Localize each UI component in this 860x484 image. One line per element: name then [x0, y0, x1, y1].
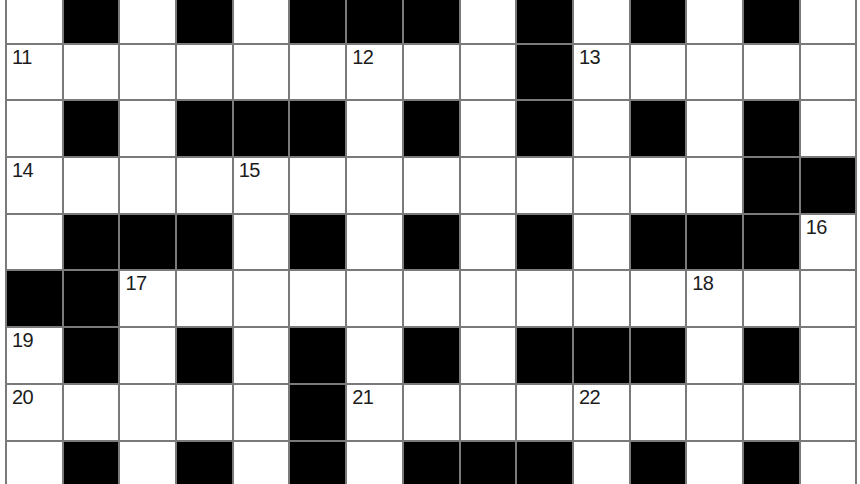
clue-number: 15: [239, 160, 260, 180]
cell-r8c3[interactable]: [120, 385, 175, 440]
cell-r2c1[interactable]: 11: [7, 45, 62, 100]
cell-r3c13[interactable]: [687, 101, 742, 156]
cell-r6c10[interactable]: [517, 271, 572, 326]
clue-number: 12: [352, 47, 373, 67]
cell-r4c13[interactable]: [687, 158, 742, 213]
cell-r7c15[interactable]: [801, 328, 856, 383]
cell-r3c8: [404, 101, 459, 156]
cell-r5c4: [177, 215, 232, 270]
cell-r5c7[interactable]: [347, 215, 402, 270]
cell-r6c5[interactable]: [234, 271, 289, 326]
cell-r6c14[interactable]: [744, 271, 799, 326]
cell-r3c4: [177, 101, 232, 156]
cell-r9c3[interactable]: [120, 442, 175, 484]
cell-r7c12: [631, 328, 686, 383]
cell-r3c2: [64, 101, 119, 156]
cell-r9c10: [517, 442, 572, 484]
cell-r8c7[interactable]: 21: [347, 385, 402, 440]
clue-number: 19: [12, 330, 33, 350]
cell-r8c4[interactable]: [177, 385, 232, 440]
cell-r4c11[interactable]: [574, 158, 629, 213]
cell-r7c1[interactable]: 19: [7, 328, 62, 383]
cell-r7c13[interactable]: [687, 328, 742, 383]
cell-r3c3[interactable]: [120, 101, 175, 156]
cell-r8c2[interactable]: [64, 385, 119, 440]
clue-number: 18: [692, 273, 713, 293]
cell-r7c9[interactable]: [461, 328, 516, 383]
cell-r1c4: [177, 0, 232, 43]
cell-r4c2[interactable]: [64, 158, 119, 213]
cell-r8c13[interactable]: [687, 385, 742, 440]
cell-r3c14: [744, 101, 799, 156]
cell-r9c13[interactable]: [687, 442, 742, 484]
cell-r9c9: [461, 442, 516, 484]
cell-r3c15[interactable]: [801, 101, 856, 156]
cell-r6c2: [64, 271, 119, 326]
cell-r9c7[interactable]: [347, 442, 402, 484]
cell-r3c7[interactable]: [347, 101, 402, 156]
cell-r5c15[interactable]: 16: [801, 215, 856, 270]
clue-number: 13: [579, 47, 600, 67]
cell-r6c3[interactable]: 17: [120, 271, 175, 326]
cell-r9c2: [64, 442, 119, 484]
clue-number: 14: [12, 160, 33, 180]
cell-r2c2[interactable]: [64, 45, 119, 100]
cell-r7c8: [404, 328, 459, 383]
cell-r9c11[interactable]: [574, 442, 629, 484]
crossword-puzzle-image: 111213141516171819202122: [0, 0, 860, 484]
cell-r2c8[interactable]: [404, 45, 459, 100]
cell-r2c10: [517, 45, 572, 100]
cell-r1c3[interactable]: [120, 0, 175, 43]
cell-r3c11[interactable]: [574, 101, 629, 156]
cell-r5c11[interactable]: [574, 215, 629, 270]
cell-r2c4[interactable]: [177, 45, 232, 100]
cell-r1c9[interactable]: [461, 0, 516, 43]
cell-r1c7: [347, 0, 402, 43]
cell-r3c10: [517, 101, 572, 156]
cell-r4c4[interactable]: [177, 158, 232, 213]
cell-r8c6: [290, 385, 345, 440]
cell-r4c6[interactable]: [290, 158, 345, 213]
cell-r1c2: [64, 0, 119, 43]
cell-r9c6: [290, 442, 345, 484]
cell-r8c11[interactable]: 22: [574, 385, 629, 440]
cell-r5c9[interactable]: [461, 215, 516, 270]
cell-r8c10[interactable]: [517, 385, 572, 440]
cell-r4c7[interactable]: [347, 158, 402, 213]
cell-r4c5[interactable]: 15: [234, 158, 289, 213]
cell-r4c8[interactable]: [404, 158, 459, 213]
cell-r9c4: [177, 442, 232, 484]
cell-r7c14: [744, 328, 799, 383]
cell-r5c14: [744, 215, 799, 270]
cell-r2c6[interactable]: [290, 45, 345, 100]
cell-r2c9[interactable]: [461, 45, 516, 100]
cell-r4c12[interactable]: [631, 158, 686, 213]
cell-r4c15: [801, 158, 856, 213]
cell-r7c10: [517, 328, 572, 383]
cell-r4c14: [744, 158, 799, 213]
cell-r3c1[interactable]: [7, 101, 62, 156]
cell-r6c4[interactable]: [177, 271, 232, 326]
cell-r2c12[interactable]: [631, 45, 686, 100]
cell-r2c5[interactable]: [234, 45, 289, 100]
cell-r5c10: [517, 215, 572, 270]
cell-r2c14[interactable]: [744, 45, 799, 100]
cell-r7c11: [574, 328, 629, 383]
cell-r5c2: [64, 215, 119, 270]
cell-r6c1: [7, 271, 62, 326]
cell-r9c12: [631, 442, 686, 484]
cell-r1c13[interactable]: [687, 0, 742, 43]
cell-r5c8: [404, 215, 459, 270]
cell-r2c13[interactable]: [687, 45, 742, 100]
cell-r1c6: [290, 0, 345, 43]
cell-r8c5[interactable]: [234, 385, 289, 440]
cell-r2c7[interactable]: 12: [347, 45, 402, 100]
cell-r5c1[interactable]: [7, 215, 62, 270]
cell-r6c11[interactable]: [574, 271, 629, 326]
cell-r1c10: [517, 0, 572, 43]
cell-r2c3[interactable]: [120, 45, 175, 100]
cell-r7c2: [64, 328, 119, 383]
cell-r9c15[interactable]: [801, 442, 856, 484]
cell-r9c14: [744, 442, 799, 484]
cell-r1c1[interactable]: [7, 0, 62, 43]
cell-r2c15[interactable]: [801, 45, 856, 100]
clue-number: 22: [579, 387, 600, 407]
crossword-board: 111213141516171819202122: [5, 0, 857, 484]
cell-r1c8: [404, 0, 459, 43]
cell-r8c14[interactable]: [744, 385, 799, 440]
cell-r5c6: [290, 215, 345, 270]
cell-r8c9[interactable]: [461, 385, 516, 440]
cell-r9c8: [404, 442, 459, 484]
cell-r5c12: [631, 215, 686, 270]
cell-r6c15[interactable]: [801, 271, 856, 326]
clue-number: 21: [352, 387, 373, 407]
cell-r6c8[interactable]: [404, 271, 459, 326]
cell-r1c12: [631, 0, 686, 43]
cell-r1c15[interactable]: [801, 0, 856, 43]
cell-r1c5[interactable]: [234, 0, 289, 43]
cell-r5c13: [687, 215, 742, 270]
clue-number: 20: [12, 387, 33, 407]
cell-r6c9[interactable]: [461, 271, 516, 326]
cell-r3c12: [631, 101, 686, 156]
cell-r7c7[interactable]: [347, 328, 402, 383]
clue-number: 17: [125, 273, 146, 293]
cell-r1c11[interactable]: [574, 0, 629, 43]
cell-r9c5[interactable]: [234, 442, 289, 484]
cell-r4c1[interactable]: 14: [7, 158, 62, 213]
cell-r1c14: [744, 0, 799, 43]
cell-r6c7[interactable]: [347, 271, 402, 326]
cell-r6c13[interactable]: 18: [687, 271, 742, 326]
cell-r7c3[interactable]: [120, 328, 175, 383]
clue-number: 16: [806, 217, 827, 237]
cell-r4c10[interactable]: [517, 158, 572, 213]
cell-r8c8[interactable]: [404, 385, 459, 440]
cell-r5c3: [120, 215, 175, 270]
cell-r2c11[interactable]: 13: [574, 45, 629, 100]
cell-r6c6[interactable]: [290, 271, 345, 326]
cell-r6c12[interactable]: [631, 271, 686, 326]
cell-r8c12[interactable]: [631, 385, 686, 440]
cell-r9c1[interactable]: [7, 442, 62, 484]
cell-r5c5[interactable]: [234, 215, 289, 270]
cell-r8c1[interactable]: 20: [7, 385, 62, 440]
cell-r4c9[interactable]: [461, 158, 516, 213]
clue-number: 11: [12, 47, 32, 67]
cell-r7c6: [290, 328, 345, 383]
cell-r7c5[interactable]: [234, 328, 289, 383]
cell-r8c15[interactable]: [801, 385, 856, 440]
cell-r3c5: [234, 101, 289, 156]
cell-r7c4: [177, 328, 232, 383]
cell-r3c6: [290, 101, 345, 156]
cell-r3c9[interactable]: [461, 101, 516, 156]
cell-r4c3[interactable]: [120, 158, 175, 213]
